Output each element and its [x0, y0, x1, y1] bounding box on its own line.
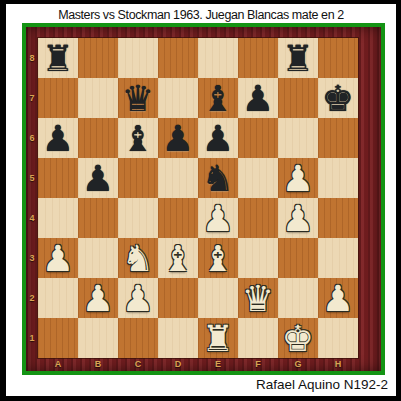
- piece-black-pawn-e6: ♟: [198, 118, 238, 158]
- square-a7[interactable]: [38, 78, 78, 118]
- square-g3[interactable]: [278, 238, 318, 278]
- square-c7[interactable]: ♛: [118, 78, 158, 118]
- piece-black-pawn-d6: ♟: [158, 118, 198, 158]
- square-d5[interactable]: [158, 158, 198, 198]
- piece-black-bishop-c6: ♝: [118, 118, 158, 158]
- square-b7[interactable]: [78, 78, 118, 118]
- square-f2[interactable]: ♛: [238, 278, 278, 318]
- file-label-f: F: [238, 358, 278, 371]
- square-h8[interactable]: [318, 38, 358, 78]
- square-g6[interactable]: [278, 118, 318, 158]
- square-h6[interactable]: [318, 118, 358, 158]
- square-d8[interactable]: [158, 38, 198, 78]
- piece-black-pawn-b5: ♟: [78, 158, 118, 198]
- square-b1[interactable]: [78, 318, 118, 358]
- square-h4[interactable]: [318, 198, 358, 238]
- square-f8[interactable]: [238, 38, 278, 78]
- square-a3[interactable]: ♟: [38, 238, 78, 278]
- file-label-e: E: [198, 358, 238, 371]
- square-e4[interactable]: ♟: [198, 198, 238, 238]
- piece-white-pawn-c2: ♟: [118, 278, 158, 318]
- square-e7[interactable]: ♝: [198, 78, 238, 118]
- square-d1[interactable]: [158, 318, 198, 358]
- square-g7[interactable]: [278, 78, 318, 118]
- square-b4[interactable]: [78, 198, 118, 238]
- piece-black-queen-c7: ♛: [118, 78, 158, 118]
- square-a6[interactable]: ♟: [38, 118, 78, 158]
- piece-white-knight-c3: ♞: [118, 238, 158, 278]
- square-e3[interactable]: ♝: [198, 238, 238, 278]
- file-label-h: H: [318, 358, 358, 371]
- board-frame: ♜♜♛♝♟♚♟♝♟♟♟♞♟♟♟♟♞♝♝♟♟♛♟♜♚ 87654321 ABCDE…: [22, 23, 385, 375]
- square-h7[interactable]: ♚: [318, 78, 358, 118]
- square-e5[interactable]: ♞: [198, 158, 238, 198]
- square-h3[interactable]: [318, 238, 358, 278]
- square-g2[interactable]: [278, 278, 318, 318]
- square-c8[interactable]: [118, 38, 158, 78]
- piece-white-pawn-g4: ♟: [278, 198, 318, 238]
- square-a2[interactable]: [38, 278, 78, 318]
- square-f6[interactable]: [238, 118, 278, 158]
- file-label-a: A: [38, 358, 78, 371]
- square-e8[interactable]: [198, 38, 238, 78]
- piece-white-pawn-b2: ♟: [78, 278, 118, 318]
- square-f3[interactable]: [238, 238, 278, 278]
- square-g4[interactable]: ♟: [278, 198, 318, 238]
- square-g1[interactable]: ♚: [278, 318, 318, 358]
- piece-white-queen-f2: ♛: [238, 278, 278, 318]
- piece-black-rook-g8: ♜: [278, 38, 318, 78]
- piece-white-pawn-a3: ♟: [38, 238, 78, 278]
- square-h5[interactable]: [318, 158, 358, 198]
- puzzle-diagram: Masters vs Stockman 1963. Juegan Blancas…: [0, 0, 401, 401]
- piece-white-pawn-h2: ♟: [318, 278, 358, 318]
- square-h1[interactable]: [318, 318, 358, 358]
- piece-white-pawn-e4: ♟: [198, 198, 238, 238]
- rank-label-2: 2: [26, 278, 38, 318]
- piece-black-knight-e5: ♞: [198, 158, 238, 198]
- file-label-d: D: [158, 358, 198, 371]
- square-a5[interactable]: [38, 158, 78, 198]
- square-c2[interactable]: ♟: [118, 278, 158, 318]
- chessboard: ♜♜♛♝♟♚♟♝♟♟♟♞♟♟♟♟♞♝♝♟♟♛♟♜♚: [38, 38, 358, 358]
- file-label-c: C: [118, 358, 158, 371]
- file-label-g: G: [278, 358, 318, 371]
- square-c1[interactable]: [118, 318, 158, 358]
- square-h2[interactable]: ♟: [318, 278, 358, 318]
- piece-white-rook-e1: ♜: [198, 318, 238, 358]
- piece-white-bishop-d3: ♝: [158, 238, 198, 278]
- rank-label-5: 5: [26, 158, 38, 198]
- piece-black-pawn-a6: ♟: [38, 118, 78, 158]
- rank-label-1: 1: [26, 318, 38, 358]
- rank-label-4: 4: [26, 198, 38, 238]
- square-f7[interactable]: ♟: [238, 78, 278, 118]
- square-b6[interactable]: [78, 118, 118, 158]
- square-d3[interactable]: ♝: [158, 238, 198, 278]
- square-a4[interactable]: [38, 198, 78, 238]
- author-credit: Rafael Aquino N192-2: [256, 377, 388, 392]
- square-d7[interactable]: [158, 78, 198, 118]
- square-c4[interactable]: [118, 198, 158, 238]
- rank-label-7: 7: [26, 78, 38, 118]
- piece-black-rook-a8: ♜: [38, 38, 78, 78]
- file-label-b: B: [78, 358, 118, 371]
- piece-white-pawn-g5: ♟: [278, 158, 318, 198]
- square-d4[interactable]: [158, 198, 198, 238]
- piece-white-bishop-e3: ♝: [198, 238, 238, 278]
- piece-white-king-g1: ♚: [278, 318, 318, 358]
- square-d6[interactable]: ♟: [158, 118, 198, 158]
- square-f4[interactable]: [238, 198, 278, 238]
- square-c6[interactable]: ♝: [118, 118, 158, 158]
- piece-black-king-h7: ♚: [318, 78, 358, 118]
- square-c3[interactable]: ♞: [118, 238, 158, 278]
- rank-label-6: 6: [26, 118, 38, 158]
- square-c5[interactable]: [118, 158, 158, 198]
- square-e2[interactable]: [198, 278, 238, 318]
- square-d2[interactable]: [158, 278, 198, 318]
- rank-label-3: 3: [26, 238, 38, 278]
- rank-label-8: 8: [26, 38, 38, 78]
- square-b5[interactable]: ♟: [78, 158, 118, 198]
- square-g5[interactable]: ♟: [278, 158, 318, 198]
- square-f1[interactable]: [238, 318, 278, 358]
- square-e6[interactable]: ♟: [198, 118, 238, 158]
- square-e1[interactable]: ♜: [198, 318, 238, 358]
- square-b8[interactable]: [78, 38, 118, 78]
- square-g8[interactable]: ♜: [278, 38, 318, 78]
- square-a8[interactable]: ♜: [38, 38, 78, 78]
- piece-black-bishop-e7: ♝: [198, 78, 238, 118]
- square-f5[interactable]: [238, 158, 278, 198]
- page-title: Masters vs Stockman 1963. Juegan Blancas…: [6, 8, 396, 22]
- square-b3[interactable]: [78, 238, 118, 278]
- piece-black-pawn-f7: ♟: [238, 78, 278, 118]
- square-b2[interactable]: ♟: [78, 278, 118, 318]
- square-a1[interactable]: [38, 318, 78, 358]
